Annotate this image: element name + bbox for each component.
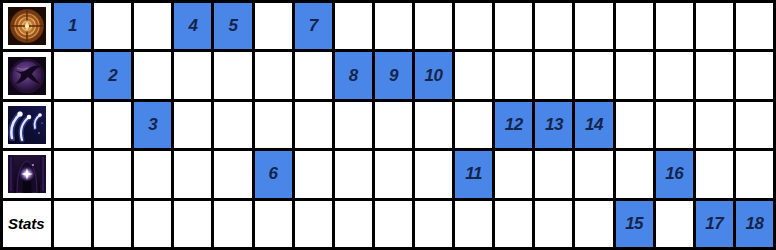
empty-cell-r5-c14 [575, 201, 612, 247]
empty-cell-r3-c1 [54, 102, 91, 148]
empty-cell-r4-c5 [214, 151, 251, 197]
empty-cell-r1-c9 [375, 3, 412, 49]
empty-cell-r5-c4 [174, 201, 211, 247]
purple-hooded-rift-ability-icon [8, 155, 46, 193]
skill-point-number: 10 [425, 66, 443, 86]
empty-cell-r1-c11 [455, 3, 492, 49]
skill-point-number: 4 [188, 16, 197, 36]
empty-cell-r2-c7 [295, 52, 332, 98]
empty-cell-r2-c13 [535, 52, 572, 98]
ability-row-3-icon-cell [3, 102, 51, 148]
empty-cell-r2-c6 [255, 52, 292, 98]
empty-cell-r2-c18 [736, 52, 773, 98]
skill-point-number: 15 [625, 214, 643, 234]
empty-cell-r1-c13 [535, 3, 572, 49]
skill-point-cell-level-7: 7 [295, 3, 332, 49]
skill-point-number: 2 [108, 66, 117, 86]
skill-point-cell-level-11: 11 [455, 151, 492, 197]
empty-cell-r3-c6 [255, 102, 292, 148]
empty-cell-r2-c3 [134, 52, 171, 98]
skill-point-number: 16 [665, 164, 683, 184]
skill-point-number: 9 [389, 66, 398, 86]
skill-point-number: 1 [68, 16, 77, 36]
empty-cell-r4-c12 [495, 151, 532, 197]
skill-point-number: 18 [745, 214, 763, 234]
skill-point-number: 17 [705, 214, 723, 234]
skill-point-cell-level-12: 12 [495, 102, 532, 148]
empty-cell-r3-c16 [656, 102, 693, 148]
empty-cell-r5-c6 [255, 201, 292, 247]
skill-point-number: 12 [505, 115, 523, 135]
skill-point-cell-level-18: 18 [736, 201, 773, 247]
empty-cell-r4-c4 [174, 151, 211, 197]
skill-point-cell-level-10: 10 [415, 52, 452, 98]
empty-cell-r2-c12 [495, 52, 532, 98]
skill-point-number: 5 [229, 16, 238, 36]
empty-cell-r4-c1 [54, 151, 91, 197]
skill-point-number: 13 [545, 115, 563, 135]
empty-cell-r1-c18 [736, 3, 773, 49]
skill-point-cell-level-9: 9 [375, 52, 412, 98]
skill-point-cell-level-17: 17 [696, 201, 733, 247]
empty-cell-r3-c10 [415, 102, 452, 148]
empty-cell-r5-c9 [375, 201, 412, 247]
empty-cell-r1-c10 [415, 3, 452, 49]
empty-cell-r5-c12 [495, 201, 532, 247]
empty-cell-r3-c8 [335, 102, 372, 148]
skill-point-cell-level-3: 3 [134, 102, 171, 148]
empty-cell-r1-c14 [575, 3, 612, 49]
empty-cell-r3-c5 [214, 102, 251, 148]
stats-label: Stats [8, 215, 45, 232]
empty-cell-r3-c2 [94, 102, 131, 148]
empty-cell-r5-c5 [214, 201, 251, 247]
empty-cell-r2-c15 [616, 52, 653, 98]
skill-point-cell-level-6: 6 [255, 151, 292, 197]
skill-point-number: 6 [269, 164, 278, 184]
empty-cell-r4-c9 [375, 151, 412, 197]
ability-row-2-icon-cell [3, 52, 51, 98]
empty-cell-r2-c1 [54, 52, 91, 98]
purple-raven-swirl-ability-icon [8, 57, 46, 95]
empty-cell-r5-c13 [535, 201, 572, 247]
empty-cell-r3-c9 [375, 102, 412, 148]
skill-point-number: 11 [465, 164, 482, 184]
empty-cell-r4-c3 [134, 151, 171, 197]
empty-cell-r3-c15 [616, 102, 653, 148]
empty-cell-r4-c2 [94, 151, 131, 197]
empty-cell-r1-c6 [255, 3, 292, 49]
ability-row-4-icon-cell [3, 151, 51, 197]
empty-cell-r4-c7 [295, 151, 332, 197]
empty-cell-r3-c7 [295, 102, 332, 148]
ability-row-1-icon-cell [3, 3, 51, 49]
skill-point-cell-level-8: 8 [335, 52, 372, 98]
empty-cell-r3-c17 [696, 102, 733, 148]
empty-cell-r1-c3 [134, 3, 171, 49]
skill-point-cell-level-15: 15 [616, 201, 653, 247]
empty-cell-r5-c2 [94, 201, 131, 247]
empty-cell-r3-c11 [455, 102, 492, 148]
empty-cell-r4-c15 [616, 151, 653, 197]
empty-cell-r5-c10 [415, 201, 452, 247]
orange-rune-sigil-ability-icon [8, 7, 46, 45]
empty-cell-r5-c11 [455, 201, 492, 247]
empty-cell-r2-c4 [174, 52, 211, 98]
skill-point-cell-level-2: 2 [94, 52, 131, 98]
empty-cell-r5-c3 [134, 201, 171, 247]
skill-point-cell-level-1: 1 [54, 3, 91, 49]
empty-cell-r5-c16 [656, 201, 693, 247]
skill-point-cell-level-14: 14 [575, 102, 612, 148]
skill-build-table: 145728910312131461116Stats151718 [0, 0, 776, 250]
empty-cell-r4-c10 [415, 151, 452, 197]
empty-cell-r3-c4 [174, 102, 211, 148]
empty-cell-r1-c17 [696, 3, 733, 49]
empty-cell-r4-c13 [535, 151, 572, 197]
skill-point-cell-level-5: 5 [214, 3, 251, 49]
skill-point-cell-level-16: 16 [656, 151, 693, 197]
empty-cell-r1-c12 [495, 3, 532, 49]
empty-cell-r4-c17 [696, 151, 733, 197]
empty-cell-r5-c1 [54, 201, 91, 247]
empty-cell-r1-c8 [335, 3, 372, 49]
skill-point-cell-level-13: 13 [535, 102, 572, 148]
empty-cell-r4-c8 [335, 151, 372, 197]
empty-cell-r3-c18 [736, 102, 773, 148]
skill-point-number: 8 [349, 66, 358, 86]
empty-cell-r2-c17 [696, 52, 733, 98]
skill-point-number: 7 [309, 16, 318, 36]
empty-cell-r2-c5 [214, 52, 251, 98]
empty-cell-r1-c15 [616, 3, 653, 49]
skill-point-number: 3 [148, 115, 157, 135]
empty-cell-r5-c7 [295, 201, 332, 247]
empty-cell-r1-c2 [94, 3, 131, 49]
empty-cell-r4-c18 [736, 151, 773, 197]
empty-cell-r2-c16 [656, 52, 693, 98]
empty-cell-r2-c11 [455, 52, 492, 98]
stats-row-label-cell: Stats [3, 201, 51, 247]
skill-point-number: 14 [585, 115, 603, 135]
skill-point-cell-level-4: 4 [174, 3, 211, 49]
empty-cell-r5-c8 [335, 201, 372, 247]
blue-comet-wave-ability-icon [8, 106, 46, 144]
empty-cell-r1-c16 [656, 3, 693, 49]
empty-cell-r4-c14 [575, 151, 612, 197]
empty-cell-r2-c14 [575, 52, 612, 98]
